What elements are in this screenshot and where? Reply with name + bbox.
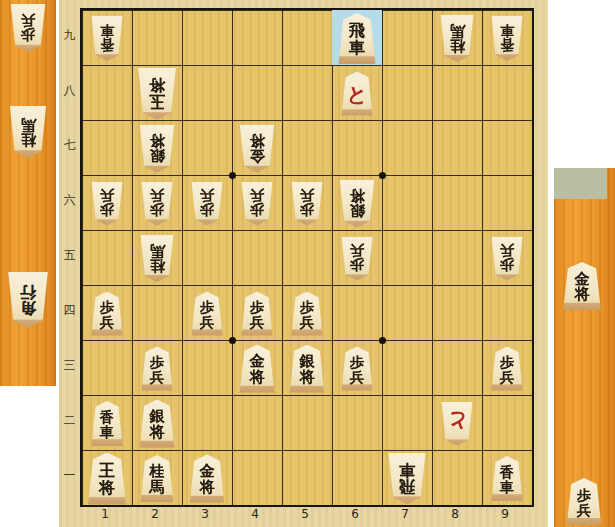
piece-kanji: 車 [399, 461, 415, 477]
piece-kanji: 将 [150, 425, 165, 440]
piece-kanji: 兵 [350, 243, 364, 257]
file-label: 2 [130, 504, 180, 526]
piece-kanji: 兵 [577, 503, 591, 517]
board-cell[interactable] [382, 285, 432, 340]
board-cell[interactable] [132, 285, 182, 340]
board-cell[interactable] [282, 395, 332, 450]
piece-kanji: 兵 [500, 243, 514, 257]
piece-kanji: 歩 [200, 300, 214, 314]
board-cell[interactable] [482, 395, 532, 450]
board-cell[interactable] [332, 395, 382, 450]
piece-kanji: 兵 [300, 188, 314, 202]
board-cell[interactable] [432, 230, 482, 285]
piece-kanji: 兵 [300, 315, 314, 329]
piece-kanji: 将 [350, 187, 365, 202]
piece-kanji: 兵 [21, 13, 35, 27]
piece-kanji: 歩 [500, 258, 514, 272]
star-point [229, 172, 236, 179]
piece-sente-pawn[interactable]: 歩兵 [8, 4, 48, 52]
piece-kanji: 玉 [149, 93, 165, 109]
gote-komadai: 金将歩兵 [554, 168, 615, 527]
piece-kanji: 将 [250, 132, 265, 147]
board-cell[interactable] [182, 340, 232, 395]
file-labels: 123456789 [80, 504, 530, 526]
shogi-board: 九八七六五四三二一 香車飛車桂馬香車玉将と銀将金将歩兵歩兵歩兵歩兵歩兵銀将桂馬歩… [59, 0, 548, 527]
board-cell[interactable] [482, 65, 532, 120]
star-point [379, 172, 386, 179]
rank-label: 四 [59, 283, 80, 338]
piece-kanji: 馬 [150, 480, 165, 495]
board-cell[interactable] [232, 450, 282, 505]
board-cell[interactable] [382, 395, 432, 450]
file-label: 5 [280, 504, 330, 526]
piece-kanji: 歩 [150, 203, 164, 217]
board-cell[interactable] [382, 65, 432, 120]
board-cell[interactable] [482, 175, 532, 230]
piece-kanji: 兵 [500, 370, 514, 384]
piece-kanji: 香 [500, 38, 514, 52]
rank-label: 二 [59, 393, 80, 448]
board-cell[interactable] [82, 230, 132, 285]
piece-kanji: 歩 [150, 355, 164, 369]
board-cell[interactable] [332, 120, 382, 175]
piece-kanji: 馬 [450, 22, 465, 37]
piece-kanji: 角 [20, 299, 36, 315]
file-label: 9 [480, 504, 530, 526]
piece-gote-gold[interactable]: 金将 [560, 262, 604, 310]
piece-kanji: 桂 [450, 38, 465, 53]
piece-gote-pawn[interactable]: 歩兵 [564, 478, 604, 525]
piece-kanji: 歩 [250, 203, 264, 217]
piece-kanji: 将 [575, 287, 590, 302]
board-cell[interactable] [232, 65, 282, 120]
board-cell[interactable] [382, 120, 432, 175]
board-cell[interactable] [382, 340, 432, 395]
piece-kanji: 兵 [250, 315, 264, 329]
piece-kanji: 歩 [300, 203, 314, 217]
sente-komadai: 歩兵桂馬角行2 [0, 0, 56, 386]
piece-kanji: 将 [250, 370, 265, 385]
board-cell[interactable] [182, 230, 232, 285]
file-label: 3 [180, 504, 230, 526]
piece-kanji: 銀 [150, 148, 165, 163]
file-label: 8 [430, 504, 480, 526]
piece-kanji: 兵 [200, 315, 214, 329]
rank-label: 五 [59, 228, 80, 283]
board-cell[interactable] [382, 175, 432, 230]
piece-kanji: 車 [100, 23, 114, 37]
board-cell[interactable] [432, 340, 482, 395]
piece-kanji: 桂 [150, 258, 165, 273]
file-label: 6 [330, 504, 380, 526]
piece-kanji: 歩 [350, 355, 364, 369]
board-cell[interactable] [132, 10, 182, 65]
piece-kanji: 馬 [150, 242, 165, 257]
piece-kanji: 歩 [200, 203, 214, 217]
piece-kanji: 歩 [300, 300, 314, 314]
board-cell[interactable] [282, 65, 332, 120]
rank-label: 八 [59, 63, 80, 118]
piece-kanji: 車 [500, 480, 514, 494]
board-cell[interactable] [432, 65, 482, 120]
piece-kanji: 香 [500, 465, 514, 479]
piece-kanji: 将 [150, 132, 165, 147]
board-cell[interactable] [182, 120, 232, 175]
piece-kanji: 歩 [500, 355, 514, 369]
board-cell[interactable] [282, 450, 332, 505]
board-cell[interactable] [432, 285, 482, 340]
piece-kanji: 歩 [250, 300, 264, 314]
rank-label: 九 [59, 8, 80, 63]
piece-kanji: と [347, 84, 367, 104]
board-cell[interactable] [82, 65, 132, 120]
stand-header-area [554, 168, 607, 199]
file-label: 7 [380, 504, 430, 526]
board-grid: 香車飛車桂馬香車玉将と銀将金将歩兵歩兵歩兵歩兵歩兵銀将桂馬歩兵歩兵歩兵歩兵歩兵歩… [80, 8, 534, 507]
board-cell[interactable] [482, 120, 532, 175]
piece-kanji: 歩 [100, 300, 114, 314]
rank-label: 七 [59, 118, 80, 173]
piece-kanji: 将 [300, 370, 315, 385]
board-cell[interactable] [482, 285, 532, 340]
board-cell[interactable] [332, 285, 382, 340]
piece-kanji: 歩 [350, 258, 364, 272]
piece-kanji: 兵 [150, 188, 164, 202]
piece-kanji: 香 [100, 410, 114, 424]
board-cell[interactable] [282, 120, 332, 175]
board-cell[interactable] [82, 120, 132, 175]
piece-kanji: 車 [100, 425, 114, 439]
board-cell[interactable] [432, 175, 482, 230]
piece-kanji: 歩 [21, 27, 35, 41]
piece-kanji: 兵 [350, 370, 364, 384]
piece-kanji: 将 [200, 480, 215, 495]
board-cell[interactable] [82, 340, 132, 395]
piece-kanji: 行 [20, 283, 36, 299]
rank-labels: 九八七六五四三二一 [59, 8, 80, 503]
board-cell[interactable] [232, 230, 282, 285]
piece-kanji: 車 [500, 23, 514, 37]
piece-sente-bishop[interactable]: 角行2 [5, 272, 51, 328]
piece-kanji: 金 [250, 148, 265, 163]
piece-kanji: 車 [349, 40, 365, 56]
board-cell[interactable] [282, 10, 332, 65]
board-cell[interactable] [282, 230, 332, 285]
piece-kanji: 兵 [200, 188, 214, 202]
rank-label: 一 [59, 448, 80, 503]
piece-kanji: 歩 [100, 203, 114, 217]
piece-kanji: 歩 [577, 488, 591, 502]
piece-kanji: 将 [99, 480, 115, 496]
piece-kanji: 兵 [100, 315, 114, 329]
file-label: 1 [80, 504, 130, 526]
piece-sente-knight[interactable]: 桂馬 [7, 106, 49, 158]
star-point [229, 337, 236, 344]
piece-kanji: 馬 [21, 116, 36, 131]
piece-kanji: 兵 [100, 188, 114, 202]
board-cell[interactable] [432, 450, 482, 505]
file-label: 4 [230, 504, 280, 526]
piece-kanji: 銀 [350, 203, 365, 218]
piece-kanji: 香 [100, 38, 114, 52]
board-cell[interactable] [232, 10, 282, 65]
piece-kanji: 兵 [250, 188, 264, 202]
piece-kanji: と [447, 412, 467, 432]
rank-label: 六 [59, 173, 80, 228]
rank-label: 三 [59, 338, 80, 393]
board-cell[interactable] [232, 395, 282, 450]
board-cell[interactable] [182, 395, 232, 450]
star-point [379, 337, 386, 344]
board-cell[interactable] [382, 10, 432, 65]
piece-kanji: 将 [149, 76, 165, 92]
piece-kanji: 兵 [150, 370, 164, 384]
board-cell[interactable] [182, 65, 232, 120]
piece-kanji: 飛 [399, 478, 415, 494]
piece-count-badge: 2 [45, 312, 55, 330]
board-cell[interactable] [382, 230, 432, 285]
board-cell[interactable] [182, 10, 232, 65]
board-cell[interactable] [432, 120, 482, 175]
board-cell[interactable] [332, 450, 382, 505]
